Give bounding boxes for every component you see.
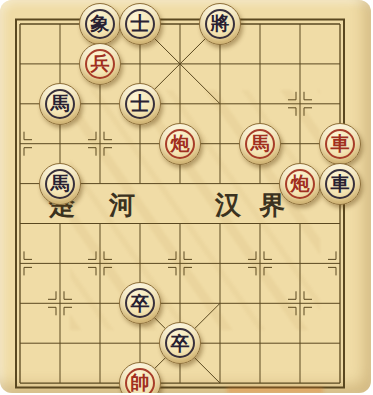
piece-char: 馬: [51, 94, 70, 113]
piece-char: 將: [211, 14, 230, 33]
piece-red-general[interactable]: 帥: [119, 362, 161, 393]
piece-red-cannon-1[interactable]: 炮: [159, 123, 201, 165]
piece-red-pawn[interactable]: 兵: [79, 43, 121, 85]
xiangqi-board[interactable]: 象士將兵馬士炮馬車馬炮車卒卒帥: [0, 4, 360, 393]
piece-char: 車: [331, 134, 350, 153]
piece-red-chariot[interactable]: 車: [319, 123, 361, 165]
piece-char: 馬: [251, 134, 270, 153]
piece-black-advisor-2[interactable]: 士: [119, 83, 161, 125]
piece-char: 馬: [51, 174, 70, 193]
piece-char: 卒: [171, 334, 190, 353]
piece-black-general[interactable]: 將: [199, 3, 241, 45]
piece-black-pawn-2[interactable]: 卒: [159, 322, 201, 364]
xiangqi-board-mat: 楚 河 汉 界 象士將兵馬士炮馬車馬炮車卒卒帥: [0, 0, 371, 393]
piece-char: 士: [131, 14, 150, 33]
piece-char: 兵: [91, 54, 110, 73]
piece-char: 炮: [291, 174, 310, 193]
piece-red-horse[interactable]: 馬: [239, 123, 281, 165]
piece-char: 帥: [131, 373, 150, 392]
piece-red-cannon-2[interactable]: 炮: [279, 163, 321, 205]
piece-char: 象: [91, 14, 110, 33]
piece-char: 士: [131, 94, 150, 113]
piece-black-horse-2[interactable]: 馬: [39, 163, 81, 205]
piece-char: 炮: [171, 134, 190, 153]
piece-black-pawn-1[interactable]: 卒: [119, 282, 161, 324]
piece-black-elephant[interactable]: 象: [79, 3, 121, 45]
piece-char: 卒: [131, 294, 150, 313]
piece-black-advisor-1[interactable]: 士: [119, 3, 161, 45]
piece-char: 車: [331, 174, 350, 193]
piece-black-chariot[interactable]: 車: [319, 163, 361, 205]
piece-black-horse-1[interactable]: 馬: [39, 83, 81, 125]
